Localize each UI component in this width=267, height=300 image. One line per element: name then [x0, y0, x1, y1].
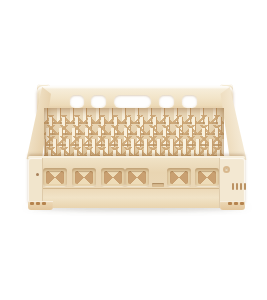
bowtie-cutout: [104, 171, 122, 184]
foot-notch: [228, 202, 232, 205]
corner-boss: [223, 166, 230, 173]
foot-notch: [36, 202, 40, 205]
foot-notch: [240, 202, 244, 205]
bowtie-cutout: [170, 171, 188, 184]
product-photo: [0, 0, 267, 300]
rim-slot: [70, 95, 84, 107]
right-foot: [220, 201, 245, 210]
foot-notch: [234, 202, 238, 205]
vent-slot: [244, 183, 246, 190]
bowtie-cutout: [46, 171, 64, 184]
rim-slot: [182, 95, 197, 107]
front-panel: [195, 168, 219, 187]
base-band: [28, 188, 245, 208]
rim-slot: [91, 95, 106, 107]
front-wall: [28, 156, 245, 206]
rim-slot: [159, 95, 174, 107]
pin-field: [44, 108, 224, 162]
vent-slot: [236, 183, 238, 190]
bowtie-cutout: [198, 171, 216, 184]
left-foot: [28, 201, 53, 210]
front-panel: [72, 168, 96, 187]
front-panel: [43, 168, 67, 187]
foot-notch: [42, 202, 46, 205]
vent-slot: [232, 183, 234, 190]
front-panel: [101, 168, 125, 187]
front-panel: [167, 168, 191, 187]
bowtie-cutout: [128, 171, 146, 184]
mount-hole: [36, 173, 39, 176]
vent-slot: [240, 183, 242, 190]
bowtie-cutout: [75, 171, 93, 184]
right-side-wall: [220, 87, 247, 162]
rim-handle-slot: [114, 95, 151, 107]
center-notch: [152, 183, 164, 187]
front-panel: [125, 168, 149, 187]
foot-notch: [30, 202, 34, 205]
